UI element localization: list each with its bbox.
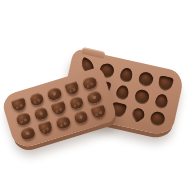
mold-cavity-flower [133, 89, 150, 106]
chocolate-cell [81, 75, 98, 91]
chocolate-cell [85, 90, 102, 106]
chocolate-cell [19, 126, 36, 142]
mold-cavity-cell [129, 106, 148, 124]
chocolate-tulip [64, 81, 80, 96]
chocolate-tulip [90, 105, 106, 120]
chocolate-cell [33, 106, 50, 122]
chocolate-cell [15, 111, 32, 127]
chocolate-daisy [29, 92, 45, 107]
mold-cavity-egg [119, 67, 133, 83]
chocolate-cell [11, 97, 28, 113]
chocolate-cell [50, 100, 67, 116]
mold-cavity-cell [148, 110, 167, 128]
mold-cavity-cell [117, 65, 136, 83]
chocolate-cell [90, 104, 107, 120]
chocolate-rose [20, 126, 36, 141]
mold-cavity-tulip [157, 75, 174, 92]
mold-cavity-cell [152, 92, 171, 110]
mold-cavity-egg [154, 93, 168, 109]
chocolate-cell [37, 120, 54, 136]
mold-cavity-cell [137, 70, 156, 88]
chocolate-cell [72, 109, 89, 125]
chocolate-rose [46, 87, 62, 102]
chocolate-cell [55, 115, 72, 131]
mold-cavity-cell [156, 74, 175, 92]
chocolate-tray [0, 66, 118, 151]
chocolate-daisy [55, 115, 71, 130]
chocolate-tulip [51, 101, 67, 116]
chocolate-cell [68, 95, 85, 111]
mold-cavity-egg [115, 85, 129, 101]
product-photo [0, 0, 194, 194]
mold-cavity-flower [149, 111, 166, 128]
mold-cavity-heart [130, 106, 147, 123]
chocolate-daisy [68, 96, 84, 111]
chocolate-rose [73, 110, 89, 125]
mold-cavity-daisy [137, 71, 154, 88]
chocolate-cell [63, 81, 80, 97]
mold-cavity-cell [133, 88, 152, 106]
chocolate-rose [33, 106, 49, 121]
chocolate-tulip [38, 121, 54, 136]
chocolate-daisy [16, 112, 32, 127]
chocolate-daisy [82, 76, 98, 91]
chocolate-cell [46, 86, 63, 102]
chocolate-rose [86, 90, 102, 105]
mold-cavity-cell [113, 83, 132, 101]
chocolate-piece-grid [0, 66, 118, 151]
chocolate-cell [28, 91, 45, 107]
chocolate-tulip [11, 97, 27, 112]
